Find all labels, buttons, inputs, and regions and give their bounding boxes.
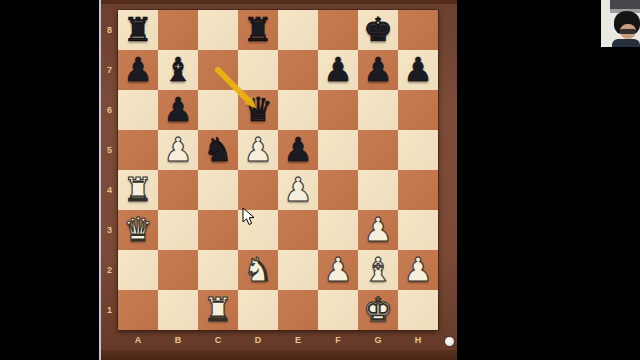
square-c7[interactable] [198, 50, 238, 90]
square-f3[interactable] [318, 210, 358, 250]
square-b1[interactable] [158, 290, 198, 330]
file-label: A [118, 332, 158, 348]
square-h7[interactable]: ♟ [398, 50, 438, 90]
square-e2[interactable] [278, 250, 318, 290]
piece-black-pawn[interactable]: ♟ [163, 90, 193, 130]
square-a2[interactable] [118, 250, 158, 290]
piece-black-rook[interactable]: ♜ [123, 10, 153, 50]
square-c2[interactable] [198, 250, 238, 290]
square-d1[interactable] [238, 290, 278, 330]
square-d2[interactable]: ♞ [238, 250, 278, 290]
rank-label: 6 [101, 90, 118, 130]
piece-white-pawn[interactable]: ♟ [323, 250, 353, 290]
piece-white-bishop[interactable]: ♝ [363, 250, 393, 290]
square-b2[interactable] [158, 250, 198, 290]
square-d4[interactable] [238, 170, 278, 210]
square-f2[interactable]: ♟ [318, 250, 358, 290]
square-h8[interactable] [398, 10, 438, 50]
square-f8[interactable] [318, 10, 358, 50]
square-b6[interactable]: ♟ [158, 90, 198, 130]
square-e6[interactable] [278, 90, 318, 130]
piece-white-rook[interactable]: ♜ [203, 290, 233, 330]
file-label: F [318, 332, 358, 348]
square-c1[interactable]: ♜ [198, 290, 238, 330]
square-c6[interactable] [198, 90, 238, 130]
piece-black-knight[interactable]: ♞ [203, 130, 233, 170]
square-b5[interactable]: ♟ [158, 130, 198, 170]
square-d8[interactable]: ♜ [238, 10, 278, 50]
square-g1[interactable]: ♚ [358, 290, 398, 330]
piece-white-pawn[interactable]: ♟ [363, 210, 393, 250]
square-f1[interactable] [318, 290, 358, 330]
square-e1[interactable] [278, 290, 318, 330]
square-e7[interactable] [278, 50, 318, 90]
square-h2[interactable]: ♟ [398, 250, 438, 290]
file-label: B [158, 332, 198, 348]
rank-label: 8 [101, 10, 118, 50]
file-label: C [198, 332, 238, 348]
piece-white-pawn[interactable]: ♟ [403, 250, 433, 290]
square-h6[interactable] [398, 90, 438, 130]
square-e8[interactable] [278, 10, 318, 50]
square-g2[interactable]: ♝ [358, 250, 398, 290]
square-b8[interactable] [158, 10, 198, 50]
file-label: G [358, 332, 398, 348]
square-b7[interactable]: ♝ [158, 50, 198, 90]
piece-white-pawn[interactable]: ♟ [163, 130, 193, 170]
square-d6[interactable]: ♛ [238, 90, 278, 130]
square-b4[interactable] [158, 170, 198, 210]
square-e3[interactable] [278, 210, 318, 250]
square-c5[interactable]: ♞ [198, 130, 238, 170]
square-f7[interactable]: ♟ [318, 50, 358, 90]
presenter-glasses [620, 29, 636, 34]
piece-white-rook[interactable]: ♜ [123, 170, 153, 210]
rank-label: 2 [101, 250, 118, 290]
square-c8[interactable] [198, 10, 238, 50]
square-g5[interactable] [358, 130, 398, 170]
piece-white-queen[interactable]: ♛ [123, 210, 153, 250]
square-f4[interactable] [318, 170, 358, 210]
square-h4[interactable] [398, 170, 438, 210]
square-g8[interactable]: ♚ [358, 10, 398, 50]
file-label: D [238, 332, 278, 348]
square-a8[interactable]: ♜ [118, 10, 158, 50]
chess-board-window: ♜♜♚♟♝♟♟♟♟♛♟♞♟♟♜♟♛♟♞♟♝♟♜♚ 87654321 ABCDEF… [99, 0, 457, 360]
piece-black-bishop[interactable]: ♝ [163, 50, 193, 90]
piece-black-rook[interactable]: ♜ [243, 10, 273, 50]
piece-black-pawn[interactable]: ♟ [363, 50, 393, 90]
square-h1[interactable] [398, 290, 438, 330]
rank-label: 4 [101, 170, 118, 210]
rank-label: 1 [101, 290, 118, 330]
square-d7[interactable] [238, 50, 278, 90]
square-g7[interactable]: ♟ [358, 50, 398, 90]
webcam-background-shelf [610, 0, 640, 9]
piece-black-pawn[interactable]: ♟ [123, 50, 153, 90]
square-h3[interactable] [398, 210, 438, 250]
piece-white-knight[interactable]: ♞ [243, 250, 273, 290]
rank-label: 5 [101, 130, 118, 170]
square-f6[interactable] [318, 90, 358, 130]
piece-black-king[interactable]: ♚ [363, 10, 393, 50]
square-g4[interactable] [358, 170, 398, 210]
piece-white-king[interactable]: ♚ [363, 290, 393, 330]
board-frame-bottom [101, 350, 457, 360]
square-e4[interactable]: ♟ [278, 170, 318, 210]
square-h5[interactable] [398, 130, 438, 170]
square-c4[interactable] [198, 170, 238, 210]
piece-black-queen[interactable]: ♛ [243, 90, 273, 130]
square-a3[interactable]: ♛ [118, 210, 158, 250]
square-a5[interactable] [118, 130, 158, 170]
rank-label: 7 [101, 50, 118, 90]
square-b3[interactable] [158, 210, 198, 250]
square-a4[interactable]: ♜ [118, 170, 158, 210]
square-e5[interactable]: ♟ [278, 130, 318, 170]
webcam-video [601, 0, 640, 47]
square-a1[interactable] [118, 290, 158, 330]
board-frame-top [101, 0, 457, 4]
file-label: H [398, 332, 438, 348]
piece-white-pawn[interactable]: ♟ [243, 130, 273, 170]
rank-label: 3 [101, 210, 118, 250]
square-c3[interactable] [198, 210, 238, 250]
white-to-move-indicator [445, 337, 454, 346]
piece-black-pawn[interactable]: ♟ [283, 130, 313, 170]
square-g6[interactable] [358, 90, 398, 130]
screen: ♜♜♚♟♝♟♟♟♟♛♟♞♟♟♜♟♛♟♞♟♝♟♜♚ 87654321 ABCDEF… [0, 0, 640, 360]
square-a7[interactable]: ♟ [118, 50, 158, 90]
square-g3[interactable]: ♟ [358, 210, 398, 250]
piece-white-pawn[interactable]: ♟ [283, 170, 313, 210]
piece-black-pawn[interactable]: ♟ [323, 50, 353, 90]
presenter-shirt [612, 39, 640, 47]
square-d5[interactable]: ♟ [238, 130, 278, 170]
board: ♜♜♚♟♝♟♟♟♟♛♟♞♟♟♜♟♛♟♞♟♝♟♜♚ [118, 10, 438, 330]
file-label: E [278, 332, 318, 348]
square-f5[interactable] [318, 130, 358, 170]
square-d3[interactable] [238, 210, 278, 250]
square-a6[interactable] [118, 90, 158, 130]
piece-black-pawn[interactable]: ♟ [403, 50, 433, 90]
